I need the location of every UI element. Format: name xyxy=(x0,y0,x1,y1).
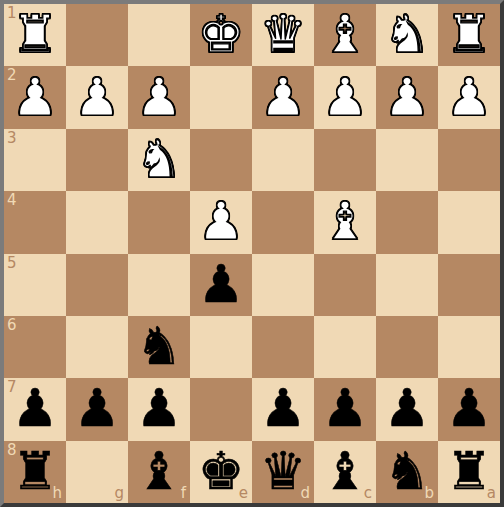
white-rook-a1[interactable]: ♜ xyxy=(446,8,493,60)
square-e3[interactable] xyxy=(190,129,252,191)
square-d8[interactable]: d♛ xyxy=(252,441,314,503)
square-a2[interactable]: ♟ xyxy=(438,66,500,128)
square-g6[interactable] xyxy=(66,316,128,378)
square-b5[interactable] xyxy=(376,254,438,316)
black-queen-d8[interactable]: ♛ xyxy=(260,445,307,497)
square-a4[interactable] xyxy=(438,191,500,253)
square-g2[interactable]: ♟ xyxy=(66,66,128,128)
square-d3[interactable] xyxy=(252,129,314,191)
white-pawn-d2[interactable]: ♟ xyxy=(260,71,307,123)
rank-label-4: 4 xyxy=(7,193,17,208)
square-c8[interactable]: c♝ xyxy=(314,441,376,503)
square-g7[interactable]: ♟ xyxy=(66,378,128,440)
square-h7[interactable]: 7♟ xyxy=(4,378,66,440)
square-f8[interactable]: f♝ xyxy=(128,441,190,503)
black-knight-b8[interactable]: ♞ xyxy=(384,445,431,497)
square-h3[interactable]: 3 xyxy=(4,129,66,191)
black-pawn-a7[interactable]: ♟ xyxy=(446,382,493,434)
square-d4[interactable] xyxy=(252,191,314,253)
white-pawn-e4[interactable]: ♟ xyxy=(198,195,245,247)
square-a7[interactable]: ♟ xyxy=(438,378,500,440)
white-knight-b1[interactable]: ♞ xyxy=(384,8,431,60)
square-d1[interactable]: ♛ xyxy=(252,4,314,66)
square-c4[interactable]: ♝ xyxy=(314,191,376,253)
square-c5[interactable] xyxy=(314,254,376,316)
white-pawn-c2[interactable]: ♟ xyxy=(322,71,369,123)
square-e8[interactable]: e♚ xyxy=(190,441,252,503)
white-bishop-c1[interactable]: ♝ xyxy=(322,8,369,60)
black-pawn-g7[interactable]: ♟ xyxy=(74,382,121,434)
square-d5[interactable] xyxy=(252,254,314,316)
black-bishop-f8[interactable]: ♝ xyxy=(136,445,183,497)
square-g1[interactable] xyxy=(66,4,128,66)
square-g4[interactable] xyxy=(66,191,128,253)
square-g3[interactable] xyxy=(66,129,128,191)
square-e2[interactable] xyxy=(190,66,252,128)
square-h4[interactable]: 4 xyxy=(4,191,66,253)
black-pawn-b7[interactable]: ♟ xyxy=(384,382,431,434)
square-h8[interactable]: 8h♜ xyxy=(4,441,66,503)
square-h6[interactable]: 6 xyxy=(4,316,66,378)
square-f4[interactable] xyxy=(128,191,190,253)
white-pawn-f2[interactable]: ♟ xyxy=(136,71,183,123)
square-b8[interactable]: b♞ xyxy=(376,441,438,503)
square-h1[interactable]: 1♜ xyxy=(4,4,66,66)
square-d7[interactable]: ♟ xyxy=(252,378,314,440)
white-bishop-c4[interactable]: ♝ xyxy=(322,195,369,247)
chess-board-container: 1♜♚♛♝♞♜2♟♟♟♟♟♟♟3♞4♟♝5♟6♞7♟♟♟♟♟♟♟8h♜gf♝e♚… xyxy=(0,0,504,507)
square-b2[interactable]: ♟ xyxy=(376,66,438,128)
white-pawn-a2[interactable]: ♟ xyxy=(446,71,493,123)
square-a8[interactable]: a♜ xyxy=(438,441,500,503)
square-b7[interactable]: ♟ xyxy=(376,378,438,440)
square-f3[interactable]: ♞ xyxy=(128,129,190,191)
black-rook-h8[interactable]: ♜ xyxy=(12,445,59,497)
square-h5[interactable]: 5 xyxy=(4,254,66,316)
square-a6[interactable] xyxy=(438,316,500,378)
rank-label-5: 5 xyxy=(7,256,17,271)
square-f2[interactable]: ♟ xyxy=(128,66,190,128)
black-pawn-d7[interactable]: ♟ xyxy=(260,382,307,434)
square-b6[interactable] xyxy=(376,316,438,378)
file-label-g: g xyxy=(114,486,124,501)
black-knight-f6[interactable]: ♞ xyxy=(136,320,183,372)
white-queen-d1[interactable]: ♛ xyxy=(260,8,307,60)
black-pawn-c7[interactable]: ♟ xyxy=(322,382,369,434)
black-rook-a8[interactable]: ♜ xyxy=(446,445,493,497)
black-king-e8[interactable]: ♚ xyxy=(198,445,245,497)
square-e1[interactable]: ♚ xyxy=(190,4,252,66)
square-g5[interactable] xyxy=(66,254,128,316)
chess-board: 1♜♚♛♝♞♜2♟♟♟♟♟♟♟3♞4♟♝5♟6♞7♟♟♟♟♟♟♟8h♜gf♝e♚… xyxy=(0,0,504,507)
square-e7[interactable] xyxy=(190,378,252,440)
square-e5[interactable]: ♟ xyxy=(190,254,252,316)
rank-label-3: 3 xyxy=(7,131,17,146)
square-c3[interactable] xyxy=(314,129,376,191)
square-d6[interactable] xyxy=(252,316,314,378)
white-pawn-b2[interactable]: ♟ xyxy=(384,71,431,123)
white-pawn-g2[interactable]: ♟ xyxy=(74,71,121,123)
white-king-e1[interactable]: ♚ xyxy=(198,8,245,60)
square-a1[interactable]: ♜ xyxy=(438,4,500,66)
black-pawn-h7[interactable]: ♟ xyxy=(12,382,59,434)
white-rook-h1[interactable]: ♜ xyxy=(12,8,59,60)
black-pawn-f7[interactable]: ♟ xyxy=(136,382,183,434)
black-pawn-e5[interactable]: ♟ xyxy=(198,258,245,310)
square-g8[interactable]: g xyxy=(66,441,128,503)
white-pawn-h2[interactable]: ♟ xyxy=(12,71,59,123)
square-e4[interactable]: ♟ xyxy=(190,191,252,253)
square-e6[interactable] xyxy=(190,316,252,378)
square-b3[interactable] xyxy=(376,129,438,191)
rank-label-6: 6 xyxy=(7,318,17,333)
square-f5[interactable] xyxy=(128,254,190,316)
square-b4[interactable] xyxy=(376,191,438,253)
square-b1[interactable]: ♞ xyxy=(376,4,438,66)
square-f6[interactable]: ♞ xyxy=(128,316,190,378)
square-a3[interactable] xyxy=(438,129,500,191)
square-c2[interactable]: ♟ xyxy=(314,66,376,128)
square-a5[interactable] xyxy=(438,254,500,316)
square-d2[interactable]: ♟ xyxy=(252,66,314,128)
square-f7[interactable]: ♟ xyxy=(128,378,190,440)
square-f1[interactable] xyxy=(128,4,190,66)
square-c6[interactable] xyxy=(314,316,376,378)
square-c1[interactable]: ♝ xyxy=(314,4,376,66)
square-h2[interactable]: 2♟ xyxy=(4,66,66,128)
square-c7[interactable]: ♟ xyxy=(314,378,376,440)
white-knight-f3[interactable]: ♞ xyxy=(136,133,183,185)
black-bishop-c8[interactable]: ♝ xyxy=(322,445,369,497)
